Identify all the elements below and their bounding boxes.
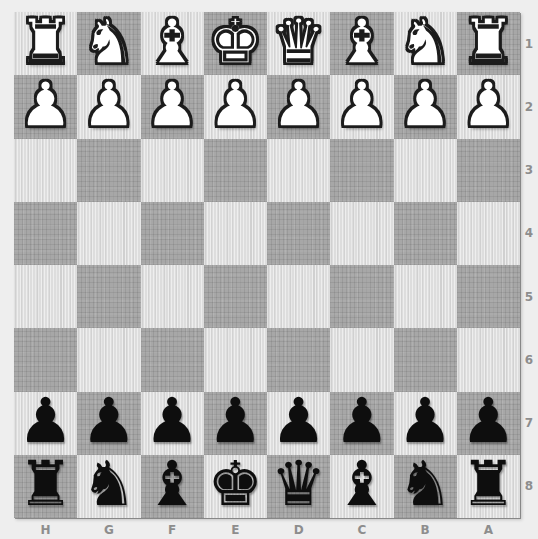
- square-e4[interactable]: [204, 202, 267, 265]
- white-pawn-b2[interactable]: ♟: [397, 74, 453, 136]
- black-king-e8[interactable]: ♚: [208, 453, 264, 515]
- square-d5[interactable]: [267, 265, 330, 328]
- square-g3[interactable]: [77, 139, 140, 202]
- white-rook-h1[interactable]: ♜: [18, 11, 74, 73]
- chess-app: ♜♞♝♚♛♝♞♜♟♟♟♟♟♟♟♟♟♟♟♟♟♟♟♟♜♞♝♚♛♝♞♜ HGFEDCB…: [0, 0, 538, 539]
- square-f7[interactable]: ♟: [141, 392, 204, 455]
- square-c3[interactable]: [330, 139, 393, 202]
- square-d2[interactable]: ♟: [267, 75, 330, 138]
- black-knight-b8[interactable]: ♞: [397, 453, 453, 515]
- black-bishop-c8[interactable]: ♝: [334, 453, 390, 515]
- black-rook-h8[interactable]: ♜: [18, 453, 74, 515]
- file-label-a: A: [457, 521, 520, 538]
- square-d3[interactable]: [267, 139, 330, 202]
- rank-label-7: 7: [520, 392, 538, 455]
- square-h1[interactable]: ♜: [14, 12, 77, 75]
- black-pawn-d7[interactable]: ♟: [271, 390, 327, 452]
- white-king-e1[interactable]: ♚: [208, 11, 264, 73]
- square-c2[interactable]: ♟: [330, 75, 393, 138]
- white-bishop-c1[interactable]: ♝: [334, 11, 390, 73]
- square-c7[interactable]: ♟: [330, 392, 393, 455]
- square-b6[interactable]: [394, 328, 457, 391]
- white-knight-b1[interactable]: ♞: [397, 11, 453, 73]
- square-c1[interactable]: ♝: [330, 12, 393, 75]
- square-g7[interactable]: ♟: [77, 392, 140, 455]
- square-e6[interactable]: [204, 328, 267, 391]
- square-g2[interactable]: ♟: [77, 75, 140, 138]
- white-rook-a1[interactable]: ♜: [461, 11, 517, 73]
- square-b8[interactable]: ♞: [394, 455, 457, 518]
- square-a2[interactable]: ♟: [457, 75, 520, 138]
- square-f5[interactable]: [141, 265, 204, 328]
- square-h5[interactable]: [14, 265, 77, 328]
- black-pawn-h7[interactable]: ♟: [18, 390, 74, 452]
- black-knight-g8[interactable]: ♞: [81, 453, 137, 515]
- square-f4[interactable]: [141, 202, 204, 265]
- white-queen-d1[interactable]: ♛: [271, 11, 327, 73]
- black-pawn-c7[interactable]: ♟: [334, 390, 390, 452]
- square-h2[interactable]: ♟: [14, 75, 77, 138]
- white-knight-g1[interactable]: ♞: [81, 11, 137, 73]
- square-h4[interactable]: [14, 202, 77, 265]
- square-g5[interactable]: [77, 265, 140, 328]
- white-bishop-f1[interactable]: ♝: [144, 11, 200, 73]
- black-pawn-b7[interactable]: ♟: [397, 390, 453, 452]
- square-f8[interactable]: ♝: [141, 455, 204, 518]
- white-pawn-e2[interactable]: ♟: [208, 74, 264, 136]
- file-label-h: H: [14, 521, 77, 538]
- square-f6[interactable]: [141, 328, 204, 391]
- square-e5[interactable]: [204, 265, 267, 328]
- black-pawn-e7[interactable]: ♟: [208, 390, 264, 452]
- file-label-f: F: [141, 521, 204, 538]
- square-a1[interactable]: ♜: [457, 12, 520, 75]
- file-label-d: D: [267, 521, 330, 538]
- square-b5[interactable]: [394, 265, 457, 328]
- chess-board[interactable]: ♜♞♝♚♛♝♞♜♟♟♟♟♟♟♟♟♟♟♟♟♟♟♟♟♜♞♝♚♛♝♞♜: [14, 12, 520, 518]
- black-rook-a8[interactable]: ♜: [461, 453, 517, 515]
- black-pawn-a7[interactable]: ♟: [461, 390, 517, 452]
- square-e8[interactable]: ♚: [204, 455, 267, 518]
- square-a7[interactable]: ♟: [457, 392, 520, 455]
- white-pawn-c2[interactable]: ♟: [334, 74, 390, 136]
- square-c4[interactable]: [330, 202, 393, 265]
- square-b1[interactable]: ♞: [394, 12, 457, 75]
- file-label-e: E: [204, 521, 267, 538]
- square-a3[interactable]: [457, 139, 520, 202]
- rank-label-3: 3: [520, 139, 538, 202]
- square-e7[interactable]: ♟: [204, 392, 267, 455]
- rank-label-2: 2: [520, 75, 538, 138]
- black-pawn-g7[interactable]: ♟: [81, 390, 137, 452]
- rank-label-1: 1: [520, 12, 538, 75]
- square-g4[interactable]: [77, 202, 140, 265]
- square-b4[interactable]: [394, 202, 457, 265]
- square-f3[interactable]: [141, 139, 204, 202]
- square-e2[interactable]: ♟: [204, 75, 267, 138]
- black-queen-d8[interactable]: ♛: [271, 453, 327, 515]
- square-d8[interactable]: ♛: [267, 455, 330, 518]
- square-d7[interactable]: ♟: [267, 392, 330, 455]
- square-d6[interactable]: [267, 328, 330, 391]
- rank-label-4: 4: [520, 202, 538, 265]
- square-d1[interactable]: ♛: [267, 12, 330, 75]
- square-c8[interactable]: ♝: [330, 455, 393, 518]
- rank-label-5: 5: [520, 265, 538, 328]
- square-f2[interactable]: ♟: [141, 75, 204, 138]
- black-bishop-f8[interactable]: ♝: [144, 453, 200, 515]
- square-h8[interactable]: ♜: [14, 455, 77, 518]
- square-h6[interactable]: [14, 328, 77, 391]
- white-pawn-g2[interactable]: ♟: [81, 74, 137, 136]
- square-a5[interactable]: [457, 265, 520, 328]
- white-pawn-f2[interactable]: ♟: [144, 74, 200, 136]
- square-b3[interactable]: [394, 139, 457, 202]
- square-g6[interactable]: [77, 328, 140, 391]
- square-h3[interactable]: [14, 139, 77, 202]
- file-label-g: G: [77, 521, 140, 538]
- square-f1[interactable]: ♝: [141, 12, 204, 75]
- square-g8[interactable]: ♞: [77, 455, 140, 518]
- white-pawn-a2[interactable]: ♟: [461, 74, 517, 136]
- square-a4[interactable]: [457, 202, 520, 265]
- square-a8[interactable]: ♜: [457, 455, 520, 518]
- square-e1[interactable]: ♚: [204, 12, 267, 75]
- square-d4[interactable]: [267, 202, 330, 265]
- black-pawn-f7[interactable]: ♟: [144, 390, 200, 452]
- square-a6[interactable]: [457, 328, 520, 391]
- rank-label-6: 6: [520, 328, 538, 391]
- square-c5[interactable]: [330, 265, 393, 328]
- square-c6[interactable]: [330, 328, 393, 391]
- white-pawn-d2[interactable]: ♟: [271, 74, 327, 136]
- square-b7[interactable]: ♟: [394, 392, 457, 455]
- square-e3[interactable]: [204, 139, 267, 202]
- square-h7[interactable]: ♟: [14, 392, 77, 455]
- file-label-c: C: [330, 521, 393, 538]
- file-label-b: B: [394, 521, 457, 538]
- white-pawn-h2[interactable]: ♟: [18, 74, 74, 136]
- rank-label-8: 8: [520, 455, 538, 518]
- square-b2[interactable]: ♟: [394, 75, 457, 138]
- square-g1[interactable]: ♞: [77, 12, 140, 75]
